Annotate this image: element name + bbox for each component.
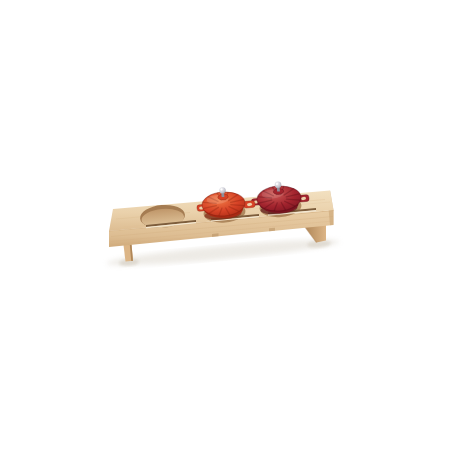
front-notch-left [212,233,219,237]
product-photo-canvas [0,0,452,452]
product-photo [0,0,452,452]
front-notch-right [269,228,275,232]
